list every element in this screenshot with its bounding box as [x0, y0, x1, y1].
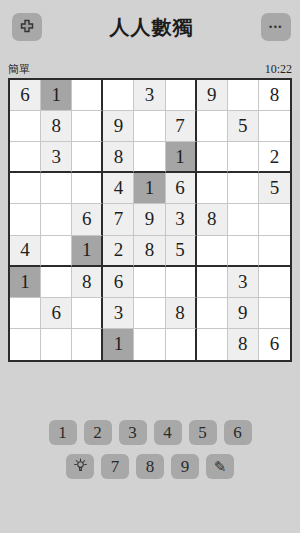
cell-r1c9[interactable]: 8 [259, 80, 290, 111]
numpad-row-2: 7 8 9 ✎ [66, 454, 234, 479]
cell-r6c2[interactable] [41, 236, 72, 267]
cell-r2c4[interactable]: 9 [103, 111, 134, 142]
cell-r8c8[interactable]: 9 [228, 298, 259, 329]
cell-r7c9[interactable] [259, 267, 290, 298]
ellipsis-icon: ••• [269, 23, 283, 32]
digit-button-3[interactable]: 3 [119, 420, 147, 445]
status-bar: 簡單 10:22 [0, 63, 300, 77]
cell-r1c2[interactable]: 1 [41, 80, 72, 111]
sudoku-grid: 61398897538124165679384128518636389186 [8, 78, 292, 362]
cell-r7c5[interactable] [134, 267, 165, 298]
cell-r3c6[interactable]: 1 [166, 142, 197, 173]
cell-r3c8[interactable] [228, 142, 259, 173]
cell-r6c4[interactable]: 2 [103, 236, 134, 267]
cell-r5c1[interactable] [10, 204, 41, 235]
cell-r5c9[interactable] [259, 204, 290, 235]
cell-r8c5[interactable] [134, 298, 165, 329]
cell-r3c5[interactable] [134, 142, 165, 173]
cell-r5c8[interactable] [228, 204, 259, 235]
digit-button-8[interactable]: 8 [136, 454, 164, 479]
cell-r1c3[interactable] [72, 80, 103, 111]
cell-r3c2[interactable]: 3 [41, 142, 72, 173]
cell-r2c1[interactable] [10, 111, 41, 142]
cell-r2c7[interactable] [197, 111, 228, 142]
cell-r1c7[interactable]: 9 [197, 80, 228, 111]
cell-r7c4[interactable]: 6 [103, 267, 134, 298]
cell-r9c2[interactable] [41, 329, 72, 360]
numpad: 1 2 3 4 5 6 [0, 420, 300, 479]
digit-button-6[interactable]: 6 [224, 420, 252, 445]
plus-icon [19, 18, 35, 37]
cell-r6c3[interactable]: 1 [72, 236, 103, 267]
digit-button-7[interactable]: 7 [101, 454, 129, 479]
cell-r5c3[interactable]: 6 [72, 204, 103, 235]
cell-r9c7[interactable] [197, 329, 228, 360]
cell-r6c7[interactable] [197, 236, 228, 267]
digit-button-1[interactable]: 1 [49, 420, 77, 445]
lightbulb-icon [73, 458, 88, 476]
cell-r4c3[interactable] [72, 173, 103, 204]
cell-r2c2[interactable]: 8 [41, 111, 72, 142]
cell-r2c8[interactable]: 5 [228, 111, 259, 142]
cell-r5c7[interactable]: 8 [197, 204, 228, 235]
cell-r5c4[interactable]: 7 [103, 204, 134, 235]
cell-r7c8[interactable]: 3 [228, 267, 259, 298]
cell-r5c6[interactable]: 3 [166, 204, 197, 235]
cell-r8c9[interactable] [259, 298, 290, 329]
cell-r4c7[interactable] [197, 173, 228, 204]
cell-r9c9[interactable]: 6 [259, 329, 290, 360]
cell-r3c1[interactable] [10, 142, 41, 173]
cell-r9c3[interactable] [72, 329, 103, 360]
pencil-icon: ✎ [214, 458, 227, 476]
cell-r1c6[interactable] [166, 80, 197, 111]
difficulty-label: 簡單 [8, 62, 30, 77]
cell-r6c5[interactable]: 8 [134, 236, 165, 267]
header: 人人數獨 ••• [0, 0, 300, 41]
cell-r4c9[interactable]: 5 [259, 173, 290, 204]
cell-r1c5[interactable]: 3 [134, 80, 165, 111]
cell-r4c1[interactable] [10, 173, 41, 204]
cell-r5c2[interactable] [41, 204, 72, 235]
cell-r8c7[interactable] [197, 298, 228, 329]
cell-r1c4[interactable] [103, 80, 134, 111]
digit-button-5[interactable]: 5 [189, 420, 217, 445]
cell-r2c3[interactable] [72, 111, 103, 142]
timer: 10:22 [265, 62, 292, 77]
numpad-row-1: 1 2 3 4 5 6 [49, 420, 252, 445]
cell-r9c1[interactable] [10, 329, 41, 360]
cell-r8c1[interactable] [10, 298, 41, 329]
cell-r9c5[interactable] [134, 329, 165, 360]
cell-r2c5[interactable] [134, 111, 165, 142]
cell-r8c4[interactable]: 3 [103, 298, 134, 329]
cell-r7c2[interactable] [41, 267, 72, 298]
cell-r6c8[interactable] [228, 236, 259, 267]
digit-button-4[interactable]: 4 [154, 420, 182, 445]
cell-r9c8[interactable]: 8 [228, 329, 259, 360]
cell-r4c8[interactable] [228, 173, 259, 204]
cell-r4c2[interactable] [41, 173, 72, 204]
cell-r2c9[interactable] [259, 111, 290, 142]
cell-r4c5[interactable]: 1 [134, 173, 165, 204]
digit-button-2[interactable]: 2 [84, 420, 112, 445]
cell-r9c4[interactable]: 1 [103, 329, 134, 360]
cell-r1c8[interactable] [228, 80, 259, 111]
cell-r7c1[interactable]: 1 [10, 267, 41, 298]
cell-r6c1[interactable]: 4 [10, 236, 41, 267]
new-game-button[interactable] [12, 13, 42, 41]
cell-r3c7[interactable] [197, 142, 228, 173]
cell-r8c6[interactable]: 8 [166, 298, 197, 329]
page-title: 人人數獨 [110, 14, 194, 41]
cell-r3c4[interactable]: 8 [103, 142, 134, 173]
hint-button[interactable] [66, 454, 94, 479]
cell-r1c1[interactable]: 6 [10, 80, 41, 111]
cell-r7c6[interactable] [166, 267, 197, 298]
cell-r8c3[interactable] [72, 298, 103, 329]
digit-button-9[interactable]: 9 [171, 454, 199, 479]
cell-r3c3[interactable] [72, 142, 103, 173]
cell-r8c2[interactable]: 6 [41, 298, 72, 329]
cell-r4c4[interactable]: 4 [103, 173, 134, 204]
cell-r4c6[interactable]: 6 [166, 173, 197, 204]
cell-r7c7[interactable] [197, 267, 228, 298]
cell-r2c6[interactable]: 7 [166, 111, 197, 142]
cell-r7c3[interactable]: 8 [72, 267, 103, 298]
cell-r6c9[interactable] [259, 236, 290, 267]
cell-r3c9[interactable]: 2 [259, 142, 290, 173]
cell-r6c6[interactable]: 5 [166, 236, 197, 267]
cell-r9c6[interactable] [166, 329, 197, 360]
pencil-button[interactable]: ✎ [206, 454, 234, 479]
more-button[interactable]: ••• [261, 13, 291, 41]
cell-r5c5[interactable]: 9 [134, 204, 165, 235]
